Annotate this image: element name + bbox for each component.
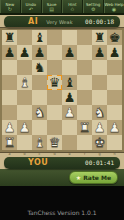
toolbar-button-new[interactable]: New↻ bbox=[0, 0, 21, 13]
ad-footer: TanChess Version 1.0.1 bbox=[0, 186, 124, 220]
square-d3[interactable] bbox=[47, 105, 62, 120]
square-g1[interactable]: ♚ bbox=[92, 135, 107, 150]
black-pawn: ♟ bbox=[64, 90, 76, 105]
square-h1[interactable] bbox=[107, 135, 122, 150]
square-h3[interactable] bbox=[107, 105, 122, 120]
square-f3[interactable] bbox=[77, 105, 92, 120]
square-f6[interactable] bbox=[77, 60, 92, 75]
square-g5[interactable] bbox=[92, 75, 107, 90]
hint-icon: ✩ bbox=[70, 7, 74, 12]
app-version-text: TanChess Version 1.0.1 bbox=[27, 209, 96, 220]
square-h8[interactable]: ♚ bbox=[107, 30, 122, 45]
black-bishop: ♝ bbox=[64, 75, 76, 90]
square-a6[interactable] bbox=[2, 60, 17, 75]
square-d4[interactable] bbox=[47, 90, 62, 105]
web-help-icon: ◉ bbox=[112, 7, 116, 12]
square-b2[interactable]: ♟ bbox=[17, 120, 32, 135]
square-f2[interactable]: ♜ bbox=[77, 120, 92, 135]
file-coordinates: abcdefgh bbox=[0, 152, 124, 156]
white-rook: ♜ bbox=[4, 135, 16, 150]
square-f5[interactable] bbox=[77, 75, 92, 90]
square-h4[interactable] bbox=[107, 90, 122, 105]
square-g4[interactable] bbox=[92, 90, 107, 105]
file-label-g: g bbox=[92, 152, 107, 156]
toolbar-button-setting[interactable]: Setting⚙ bbox=[83, 0, 104, 13]
file-label-h: h bbox=[107, 152, 122, 156]
black-king: ♚ bbox=[109, 30, 121, 45]
square-d1[interactable]: ♛ bbox=[47, 135, 62, 150]
square-c7[interactable]: ♟ bbox=[32, 45, 47, 60]
ai-status-row: AI Very Weak 00:00:18 bbox=[0, 15, 124, 28]
white-knight: ♞ bbox=[34, 105, 46, 120]
square-g2[interactable]: ♟ bbox=[92, 120, 107, 135]
square-b1[interactable] bbox=[17, 135, 32, 150]
white-rook: ♜ bbox=[79, 120, 91, 135]
square-b3[interactable] bbox=[17, 105, 32, 120]
square-c8[interactable]: ♝ bbox=[32, 30, 47, 45]
black-pawn: ♟ bbox=[64, 45, 76, 60]
white-pawn: ♟ bbox=[109, 120, 121, 135]
square-h5[interactable] bbox=[107, 75, 122, 90]
white-pawn: ♟ bbox=[94, 120, 106, 135]
square-c5[interactable] bbox=[32, 75, 47, 90]
square-e5[interactable]: ♝ bbox=[62, 75, 77, 90]
square-a5[interactable] bbox=[2, 75, 17, 90]
square-e2[interactable] bbox=[62, 120, 77, 135]
setting-icon: ⚙ bbox=[91, 7, 95, 12]
square-e6[interactable] bbox=[62, 60, 77, 75]
chess-board[interactable]: ♜♝♜♚♟♟♟♟♟♟♞♝♛♝♟♞♟♞♟♟♜♟♟♜♝♛♚ bbox=[2, 30, 122, 150]
square-d2[interactable] bbox=[47, 120, 62, 135]
toolbar-button-web-help[interactable]: Web Help◉ bbox=[104, 0, 124, 13]
square-a2[interactable]: ♟ bbox=[2, 120, 17, 135]
file-label-c: c bbox=[32, 152, 47, 156]
square-b8[interactable] bbox=[17, 30, 32, 45]
square-f1[interactable] bbox=[77, 135, 92, 150]
ai-player-name: AI bbox=[28, 17, 38, 26]
white-bishop: ♝ bbox=[19, 75, 31, 90]
file-label-f: f bbox=[77, 152, 92, 156]
you-player-name: YOU bbox=[28, 158, 48, 167]
square-f8[interactable] bbox=[77, 30, 92, 45]
rate-button[interactable]: ★ Rate Me bbox=[69, 171, 118, 184]
square-g8[interactable]: ♜ bbox=[92, 30, 107, 45]
square-b7[interactable]: ♟ bbox=[17, 45, 32, 60]
you-status-row: YOU 00:01:41 bbox=[0, 156, 124, 169]
square-d6[interactable] bbox=[47, 60, 62, 75]
file-label-d: d bbox=[47, 152, 62, 156]
white-pawn: ♟ bbox=[19, 120, 31, 135]
square-e1[interactable] bbox=[62, 135, 77, 150]
black-pawn: ♟ bbox=[34, 45, 46, 60]
ai-clock: 00:00:18 bbox=[85, 18, 114, 25]
file-label-a: a bbox=[2, 152, 17, 156]
square-g6[interactable] bbox=[92, 60, 107, 75]
black-knight: ♞ bbox=[34, 60, 46, 75]
chess-board-frame: ♜♝♜♚♟♟♟♟♟♟♞♝♛♝♟♞♟♞♟♟♜♟♟♜♝♛♚ bbox=[0, 28, 124, 152]
chess-app-screen: New↻Undo↶Save▤Hint✩Setting⚙Web Help◉ AI … bbox=[0, 0, 124, 220]
rate-strip: ★ Rate Me bbox=[0, 169, 124, 186]
square-g7[interactable]: ♟ bbox=[92, 45, 107, 60]
you-clock: 00:01:41 bbox=[85, 159, 114, 166]
toolbar-button-undo[interactable]: Undo↶ bbox=[21, 0, 42, 13]
rate-button-label: Rate Me bbox=[83, 174, 111, 181]
file-label-e: e bbox=[62, 152, 77, 156]
square-c1[interactable]: ♝ bbox=[32, 135, 47, 150]
black-pawn: ♟ bbox=[94, 45, 106, 60]
square-a1[interactable]: ♜ bbox=[2, 135, 17, 150]
square-d7[interactable] bbox=[47, 45, 62, 60]
black-rook: ♜ bbox=[4, 30, 16, 45]
square-a8[interactable]: ♜ bbox=[2, 30, 17, 45]
square-h7[interactable]: ♟ bbox=[107, 45, 122, 60]
toolbar-button-save[interactable]: Save▤ bbox=[42, 0, 63, 13]
black-pawn: ♟ bbox=[19, 45, 31, 60]
square-a7[interactable]: ♟ bbox=[2, 45, 17, 60]
square-b6[interactable] bbox=[17, 60, 32, 75]
square-e8[interactable] bbox=[62, 30, 77, 45]
square-f4[interactable] bbox=[77, 90, 92, 105]
white-knight: ♞ bbox=[94, 105, 106, 120]
square-a4[interactable] bbox=[2, 90, 17, 105]
square-b4[interactable] bbox=[17, 90, 32, 105]
save-icon: ▤ bbox=[49, 7, 54, 12]
square-c4[interactable] bbox=[32, 90, 47, 105]
square-h6[interactable] bbox=[107, 60, 122, 75]
square-e4[interactable]: ♟ bbox=[62, 90, 77, 105]
square-a3[interactable] bbox=[2, 105, 17, 120]
you-status-bar: YOU 00:01:41 bbox=[4, 157, 120, 169]
black-pawn: ♟ bbox=[4, 45, 16, 60]
square-b5[interactable]: ♝ bbox=[17, 75, 32, 90]
square-c2[interactable] bbox=[32, 120, 47, 135]
file-label-b: b bbox=[17, 152, 32, 156]
black-bishop: ♝ bbox=[34, 30, 46, 45]
white-king: ♚ bbox=[94, 135, 106, 150]
black-pawn: ♟ bbox=[109, 45, 121, 60]
square-d8[interactable] bbox=[47, 30, 62, 45]
toolbar-button-hint[interactable]: Hint✩ bbox=[62, 0, 83, 13]
star-icon: ★ bbox=[76, 175, 81, 181]
square-d5[interactable]: ♛ bbox=[47, 75, 62, 90]
new-icon: ↻ bbox=[8, 7, 12, 12]
square-g3[interactable]: ♞ bbox=[92, 105, 107, 120]
square-h2[interactable]: ♟ bbox=[107, 120, 122, 135]
square-e7[interactable]: ♟ bbox=[62, 45, 77, 60]
ai-status-bar: AI Very Weak 00:00:18 bbox=[4, 16, 120, 28]
white-bishop: ♝ bbox=[34, 135, 46, 150]
selection-corner bbox=[47, 75, 52, 80]
square-e3[interactable]: ♟ bbox=[62, 105, 77, 120]
top-toolbar: New↻Undo↶Save▤Hint✩Setting⚙Web Help◉ bbox=[0, 0, 124, 13]
square-c6[interactable]: ♞ bbox=[32, 60, 47, 75]
black-rook: ♜ bbox=[94, 30, 106, 45]
ai-difficulty-level: Very Weak bbox=[46, 19, 72, 25]
square-c3[interactable]: ♞ bbox=[32, 105, 47, 120]
white-queen: ♛ bbox=[49, 135, 61, 150]
white-pawn: ♟ bbox=[4, 120, 16, 135]
square-f7[interactable] bbox=[77, 45, 92, 60]
white-pawn: ♟ bbox=[64, 105, 76, 120]
undo-icon: ↶ bbox=[29, 7, 33, 12]
